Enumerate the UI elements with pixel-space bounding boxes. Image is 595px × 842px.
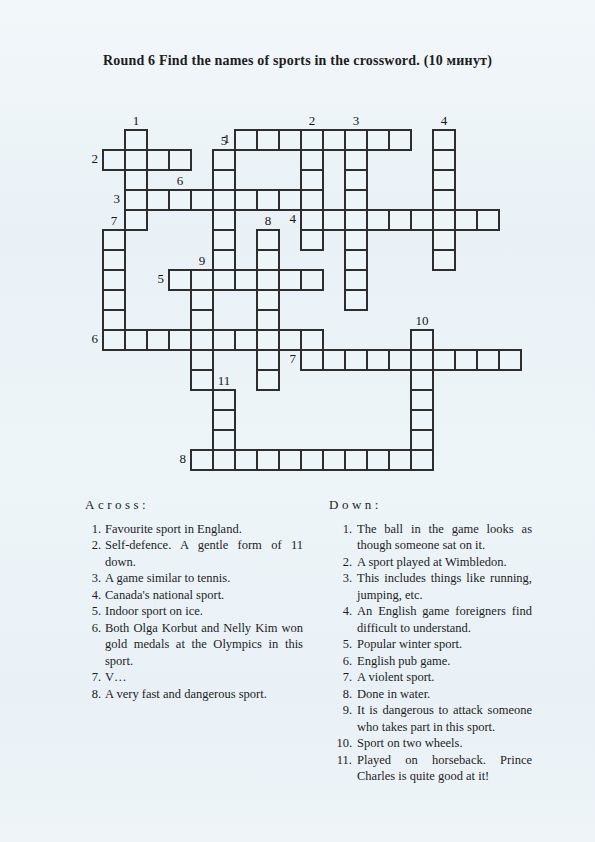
grid-cell-O16[interactable] <box>410 429 434 451</box>
across-clue-number: 2. <box>85 537 101 554</box>
grid-cell-F14[interactable] <box>212 389 236 411</box>
grid-cell-F3[interactable] <box>212 169 236 191</box>
down-header: Down: <box>329 497 532 514</box>
grid-cell-F16[interactable] <box>212 429 236 451</box>
grid-cell-H7[interactable] <box>256 249 280 271</box>
grid-cell-A6[interactable] <box>102 229 126 251</box>
grid-cell-A8[interactable] <box>102 269 126 291</box>
down-clue-8: 8.Done in water. <box>329 686 532 703</box>
crossword-grid: 123456789101112345678 <box>102 129 522 471</box>
grid-cell-G4[interactable] <box>234 189 258 211</box>
grid-cell-J3[interactable] <box>300 169 324 191</box>
grid-cell-F11[interactable] <box>212 329 236 351</box>
grid-cell-K17[interactable] <box>322 449 346 471</box>
grid-cell-M17[interactable] <box>366 449 390 471</box>
grid-cell-F4[interactable] <box>212 189 236 211</box>
grid-cell-F6[interactable] <box>212 229 236 251</box>
grid-cell-P3[interactable] <box>432 169 456 191</box>
grid-cell-H1[interactable] <box>256 129 280 151</box>
down-clue-text: A violent sport. <box>357 670 434 684</box>
grid-cell-L17[interactable] <box>344 449 368 471</box>
across-clue-3: 3.A game similar to tennis. <box>85 570 303 587</box>
grid-cell-E8[interactable] <box>190 269 214 291</box>
grid-cell-L1[interactable] <box>344 129 368 151</box>
grid-cell-H9[interactable] <box>256 289 280 311</box>
down-number-4: 4 <box>432 113 456 129</box>
page-title: Round 6 Find the names of sports in the … <box>0 53 595 69</box>
grid-cell-A11[interactable] <box>102 329 126 351</box>
across-number-8: 8 <box>168 451 186 467</box>
across-number-5: 5 <box>146 271 164 287</box>
down-number-9: 9 <box>190 253 214 269</box>
grid-cell-Q12[interactable] <box>454 349 478 371</box>
down-clue-6: 6.English pub game. <box>329 653 532 670</box>
grid-cell-A9[interactable] <box>102 289 126 311</box>
across-clue-text: A very fast and dangerous sport. <box>105 687 267 701</box>
grid-cell-M5[interactable] <box>366 209 390 231</box>
across-clues-section: Across: 1.Favourite sport in England.2.S… <box>85 497 303 702</box>
grid-cell-D2[interactable] <box>168 149 192 171</box>
grid-cell-D8[interactable] <box>168 269 192 291</box>
down-number-2: 2 <box>300 113 324 129</box>
grid-cell-G8[interactable] <box>234 269 258 291</box>
grid-cell-I11[interactable] <box>278 329 302 351</box>
across-clue-5: 5.Indoor sport on ice. <box>85 603 303 620</box>
down-clue-11: 11.Played on horseback. Prince Charles i… <box>329 752 532 785</box>
down-clue-list: 1.The ball in the game looks as though s… <box>329 521 532 785</box>
across-clue-number: 7. <box>85 669 101 686</box>
grid-cell-L8[interactable] <box>344 269 368 291</box>
across-clue-4: 4.Canada's national sport. <box>85 587 303 604</box>
across-clue-number: 4. <box>85 587 101 604</box>
down-clue-3: 3.This includes things like running, jum… <box>329 570 532 603</box>
grid-cell-P6[interactable] <box>432 229 456 251</box>
down-number-1: 1 <box>124 113 148 129</box>
across-clue-text: Self-defence. A gentle form of 11 down. <box>105 538 303 569</box>
grid-cell-Q5[interactable] <box>454 209 478 231</box>
down-clue-text: Sport on two wheels. <box>357 736 463 750</box>
grid-cell-F8[interactable] <box>212 269 236 291</box>
grid-cell-K5[interactable] <box>322 209 346 231</box>
down-clue-text: It is dangerous to attack someone who ta… <box>357 703 532 734</box>
grid-cell-H6[interactable] <box>256 229 280 251</box>
grid-cell-J11[interactable] <box>300 329 324 351</box>
down-clue-number: 6. <box>329 653 352 670</box>
grid-cell-E10[interactable] <box>190 309 214 331</box>
down-clue-text: English pub game. <box>357 654 450 668</box>
down-clue-text: An English game foreigners find difficul… <box>357 604 532 635</box>
across-number-6: 6 <box>80 331 98 347</box>
down-clue-4: 4.An English game foreigners find diffic… <box>329 603 532 636</box>
grid-cell-L5[interactable] <box>344 209 368 231</box>
grid-cell-C11[interactable] <box>146 329 170 351</box>
across-number-7: 7 <box>278 351 296 367</box>
grid-cell-N1[interactable] <box>388 129 412 151</box>
down-clue-5: 5.Popular winter sport. <box>329 636 532 653</box>
grid-cell-D11[interactable] <box>168 329 192 351</box>
grid-cell-O13[interactable] <box>410 369 434 391</box>
across-clue-number: 3. <box>85 570 101 587</box>
down-clue-number: 11. <box>329 752 352 769</box>
grid-cell-P5[interactable] <box>432 209 456 231</box>
grid-cell-B5[interactable] <box>124 209 148 231</box>
down-clue-number: 8. <box>329 686 352 703</box>
across-clue-text: Favourite sport in England. <box>105 522 242 536</box>
grid-cell-B2[interactable] <box>124 149 148 171</box>
grid-cell-O11[interactable] <box>410 329 434 351</box>
down-clue-number: 5. <box>329 636 352 653</box>
grid-cell-N17[interactable] <box>388 449 412 471</box>
grid-cell-M1[interactable] <box>366 129 390 151</box>
down-number-8: 8 <box>256 213 280 229</box>
grid-cell-J2[interactable] <box>300 149 324 171</box>
across-clue-text: Both Olga Korbut and Nelly Kim won gold … <box>105 621 303 668</box>
grid-cell-A10[interactable] <box>102 309 126 331</box>
grid-cell-E17[interactable] <box>190 449 214 471</box>
down-clue-9: 9.It is dangerous to attack someone who … <box>329 702 532 735</box>
grid-cell-J17[interactable] <box>300 449 324 471</box>
grid-cell-H8[interactable] <box>256 269 280 291</box>
grid-cell-F7[interactable] <box>212 249 236 271</box>
down-clue-text: Popular winter sport. <box>357 637 462 651</box>
across-clue-number: 5. <box>85 603 101 620</box>
down-clues-section: Down: 1.The ball in the game looks as th… <box>329 497 532 785</box>
grid-cell-J8[interactable] <box>300 269 324 291</box>
grid-cell-A7[interactable] <box>102 249 126 271</box>
across-clue-text: Canada's national sport. <box>105 588 224 602</box>
grid-cell-K1[interactable] <box>322 129 346 151</box>
grid-cell-J4[interactable] <box>300 189 324 211</box>
grid-cell-A2[interactable] <box>102 149 126 171</box>
across-clue-number: 6. <box>85 620 101 637</box>
grid-cell-J12[interactable] <box>300 349 324 371</box>
grid-cell-G17[interactable] <box>234 449 258 471</box>
grid-cell-G11[interactable] <box>234 329 258 351</box>
grid-cell-B1[interactable] <box>124 129 148 151</box>
across-clue-text: A game similar to tennis. <box>105 571 230 585</box>
across-number-4: 4 <box>278 211 296 227</box>
across-clue-2: 2.Self-defence. A gentle form of 11 down… <box>85 537 303 570</box>
grid-cell-H17[interactable] <box>256 449 280 471</box>
grid-cell-L7[interactable] <box>344 249 368 271</box>
down-clue-1: 1.The ball in the game looks as though s… <box>329 521 532 554</box>
grid-cell-J6[interactable] <box>300 229 324 251</box>
grid-cell-C4[interactable] <box>146 189 170 211</box>
grid-cell-L6[interactable] <box>344 229 368 251</box>
grid-cell-H11[interactable] <box>256 329 280 351</box>
grid-cell-G1[interactable] <box>234 129 258 151</box>
grid-cell-L3[interactable] <box>344 169 368 191</box>
across-clue-list: 1.Favourite sport in England.2.Self-defe… <box>85 521 303 703</box>
grid-cell-E9[interactable] <box>190 289 214 311</box>
grid-cell-F5[interactable] <box>212 209 236 231</box>
down-clue-number: 1. <box>329 521 352 538</box>
down-clue-text: A sport played at Wimbledon. <box>357 555 507 569</box>
down-clue-number: 2. <box>329 554 352 571</box>
across-clue-8: 8.A very fast and dangerous sport. <box>85 686 303 703</box>
grid-cell-D4[interactable] <box>168 189 192 211</box>
grid-cell-P1[interactable] <box>432 129 456 151</box>
down-clue-number: 7. <box>329 669 352 686</box>
grid-cell-M12[interactable] <box>366 349 390 371</box>
down-clue-number: 3. <box>329 570 352 587</box>
down-number-6: 6 <box>168 173 192 189</box>
across-clue-text: V… <box>105 670 127 684</box>
across-number-2: 2 <box>80 151 98 167</box>
grid-cell-H4[interactable] <box>256 189 280 211</box>
grid-cell-B3[interactable] <box>124 169 148 191</box>
across-number-3: 3 <box>102 191 120 207</box>
grid-cell-J5[interactable] <box>300 209 324 231</box>
down-clue-text: The ball in the game looks as though som… <box>357 522 532 553</box>
grid-cell-P4[interactable] <box>432 189 456 211</box>
grid-cell-I8[interactable] <box>278 269 302 291</box>
down-clue-text: This includes things like running, jumpi… <box>357 571 532 602</box>
down-clue-7: 7.A violent sport. <box>329 669 532 686</box>
down-clue-text: Played on horseback. Prince Charles is q… <box>357 753 532 784</box>
grid-cell-I4[interactable] <box>278 189 302 211</box>
worksheet-page: Round 6 Find the names of sports in the … <box>0 0 595 842</box>
grid-cell-B4[interactable] <box>124 189 148 211</box>
across-header: Across: <box>85 497 303 514</box>
across-number-1: 1 <box>212 131 230 147</box>
grid-cell-P12[interactable] <box>432 349 456 371</box>
grid-cell-I17[interactable] <box>278 449 302 471</box>
grid-cell-S12[interactable] <box>498 349 522 371</box>
across-clue-number: 8. <box>85 686 101 703</box>
grid-cell-I1[interactable] <box>278 129 302 151</box>
grid-cell-O5[interactable] <box>410 209 434 231</box>
grid-cell-H12[interactable] <box>256 349 280 371</box>
grid-cell-O12[interactable] <box>410 349 434 371</box>
grid-cell-F15[interactable] <box>212 409 236 431</box>
grid-cell-B11[interactable] <box>124 329 148 351</box>
grid-cell-P7[interactable] <box>432 249 456 271</box>
down-number-10: 10 <box>410 313 434 329</box>
grid-cell-H13[interactable] <box>256 369 280 391</box>
grid-cell-N5[interactable] <box>388 209 412 231</box>
grid-cell-K12[interactable] <box>322 349 346 371</box>
across-clue-1: 1.Favourite sport in England. <box>85 521 303 538</box>
grid-cell-O14[interactable] <box>410 389 434 411</box>
down-clue-10: 10.Sport on two wheels. <box>329 735 532 752</box>
grid-cell-F2[interactable] <box>212 149 236 171</box>
grid-cell-O15[interactable] <box>410 409 434 431</box>
grid-cell-L2[interactable] <box>344 149 368 171</box>
grid-cell-E11[interactable] <box>190 329 214 351</box>
down-clue-2: 2.A sport played at Wimbledon. <box>329 554 532 571</box>
grid-cell-N12[interactable] <box>388 349 412 371</box>
grid-cell-L12[interactable] <box>344 349 368 371</box>
down-number-7: 7 <box>102 213 126 229</box>
grid-cell-L9[interactable] <box>344 289 368 311</box>
grid-cell-L4[interactable] <box>344 189 368 211</box>
grid-cell-R5[interactable] <box>476 209 500 231</box>
across-clue-7: 7.V… <box>85 669 303 686</box>
down-number-11: 11 <box>212 373 236 389</box>
across-clue-number: 1. <box>85 521 101 538</box>
across-clue-text: Indoor sport on ice. <box>105 604 203 618</box>
grid-cell-J1[interactable] <box>300 129 324 151</box>
down-clue-text: Done in water. <box>357 687 430 701</box>
down-clue-number: 10. <box>329 735 352 752</box>
grid-cell-O17[interactable] <box>410 449 434 471</box>
down-clue-number: 4. <box>329 603 352 620</box>
grid-cell-R12[interactable] <box>476 349 500 371</box>
grid-cell-E4[interactable] <box>190 189 214 211</box>
grid-cell-E13[interactable] <box>190 369 214 391</box>
down-clue-number: 9. <box>329 702 352 719</box>
grid-cell-E12[interactable] <box>190 349 214 371</box>
grid-cell-H10[interactable] <box>256 309 280 331</box>
grid-cell-F17[interactable] <box>212 449 236 471</box>
down-number-3: 3 <box>344 113 368 129</box>
grid-cell-C2[interactable] <box>146 149 170 171</box>
grid-cell-P2[interactable] <box>432 149 456 171</box>
across-clue-6: 6.Both Olga Korbut and Nelly Kim won gol… <box>85 620 303 670</box>
